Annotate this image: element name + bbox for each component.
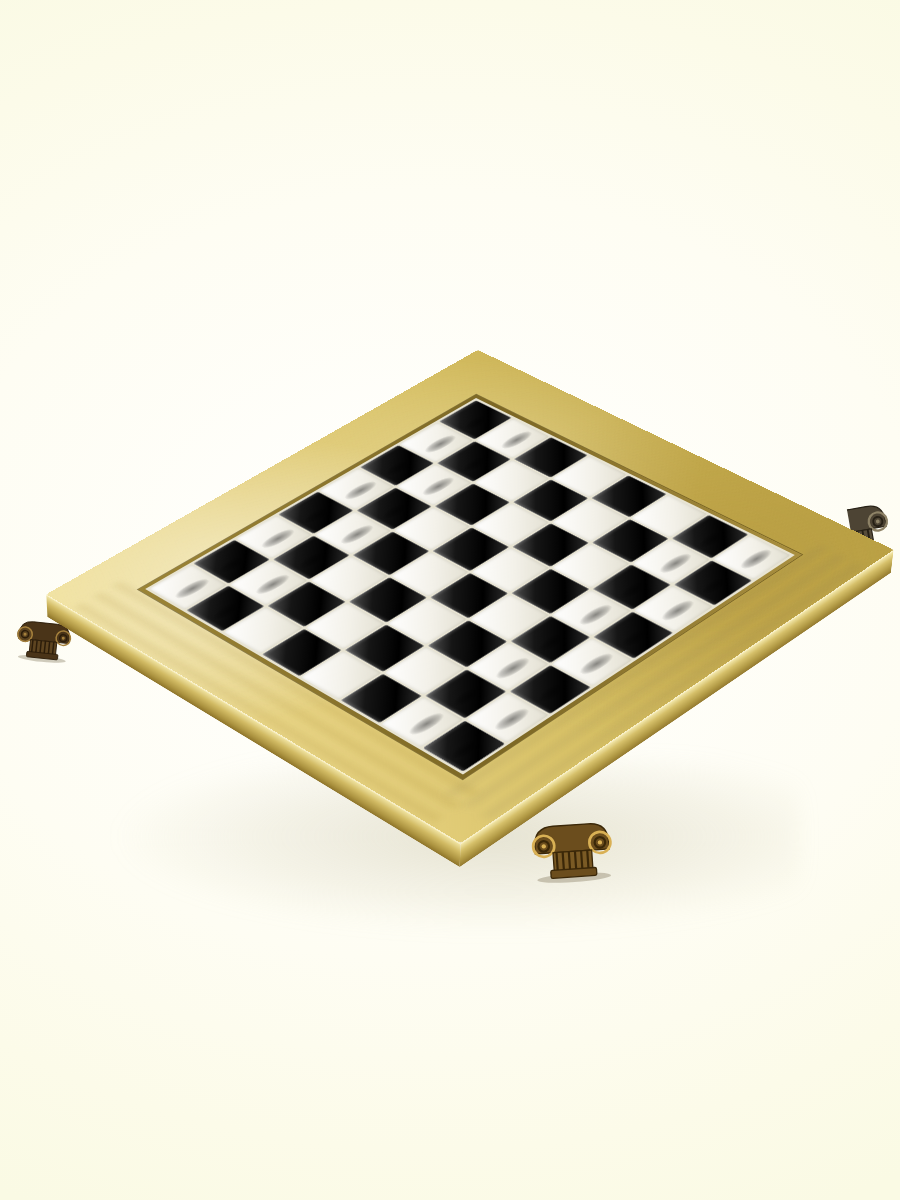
product-photo-canvas: ♜♞♝♛♚♝♞♜♟♟♟♟♟♟♟♟♟♟♟♟♟♟♟♟♜♞♝♛♚♝♞♜ — [0, 0, 900, 1200]
ionic-foot-icon — [525, 803, 619, 891]
silver-rook-a1: ♜ — [420, 683, 519, 753]
gold-pawn-a7: ♟ — [184, 567, 276, 614]
